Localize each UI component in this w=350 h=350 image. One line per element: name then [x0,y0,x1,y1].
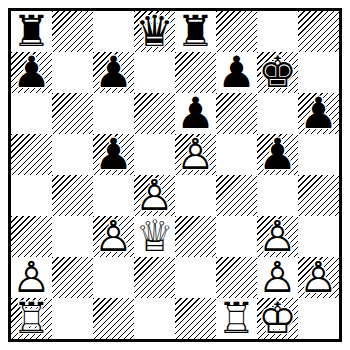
square-f2[interactable] [216,257,257,298]
square-g4[interactable] [257,175,298,216]
square-c1[interactable] [93,298,134,339]
square-f7[interactable]: ♟ [216,52,257,93]
black-piece-glyph: ♚ [257,52,298,93]
square-h7[interactable] [298,52,339,93]
square-e3[interactable] [175,216,216,257]
square-f3[interactable] [216,216,257,257]
square-c4[interactable] [93,175,134,216]
square-h3[interactable] [298,216,339,257]
square-f5[interactable] [216,134,257,175]
black-piece-glyph: ♛ [134,11,175,52]
square-b6[interactable] [52,93,93,134]
white-piece-outline: ♕ [134,216,175,257]
square-f8[interactable] [216,11,257,52]
piece-black-pawn[interactable]: ♟ [11,52,52,93]
square-d7[interactable] [134,52,175,93]
square-h8[interactable] [298,11,339,52]
square-c3[interactable]: ♟♙ [93,216,134,257]
square-h4[interactable] [298,175,339,216]
black-piece-glyph: ♟ [93,52,134,93]
piece-white-pawn[interactable]: ♟♙ [93,216,134,257]
black-piece-glyph: ♟ [175,93,216,134]
black-piece-glyph: ♟ [93,134,134,175]
chess-board-frame: ♜♛♜♟♟♟♚♟♟♟♟♙♟♟♙♟♙♛♕♟♙♟♙♟♙♟♙♜♖♜♖♚♔ [8,8,342,342]
square-h2[interactable]: ♟♙ [298,257,339,298]
black-piece-glyph: ♟ [216,52,257,93]
square-f4[interactable] [216,175,257,216]
square-g3[interactable]: ♟♙ [257,216,298,257]
piece-white-pawn[interactable]: ♟♙ [11,257,52,298]
square-e1[interactable] [175,298,216,339]
piece-white-pawn[interactable]: ♟♙ [257,216,298,257]
black-piece-glyph: ♟ [257,134,298,175]
square-a1[interactable]: ♜♖ [11,298,52,339]
black-piece-glyph: ♜ [11,11,52,52]
black-piece-glyph: ♜ [175,11,216,52]
square-a5[interactable] [11,134,52,175]
piece-black-king[interactable]: ♚ [257,52,298,93]
white-piece-outline: ♙ [257,257,298,298]
square-b7[interactable] [52,52,93,93]
square-b1[interactable] [52,298,93,339]
piece-black-pawn[interactable]: ♟ [257,134,298,175]
piece-white-rook[interactable]: ♜♖ [216,298,257,339]
square-g6[interactable] [257,93,298,134]
square-a8[interactable]: ♜ [11,11,52,52]
black-piece-glyph: ♟ [298,93,339,134]
piece-black-rook[interactable]: ♜ [11,11,52,52]
white-piece-outline: ♙ [93,216,134,257]
piece-white-king[interactable]: ♚♔ [257,298,298,339]
square-d5[interactable] [134,134,175,175]
square-d2[interactable] [134,257,175,298]
square-f6[interactable] [216,93,257,134]
white-piece-outline: ♖ [11,298,52,339]
piece-black-pawn[interactable]: ♟ [298,93,339,134]
white-piece-outline: ♖ [216,298,257,339]
square-e7[interactable] [175,52,216,93]
piece-black-pawn[interactable]: ♟ [93,52,134,93]
square-a7[interactable]: ♟ [11,52,52,93]
white-piece-outline: ♙ [175,134,216,175]
piece-white-pawn[interactable]: ♟♙ [257,257,298,298]
piece-black-pawn[interactable]: ♟ [175,93,216,134]
square-d3[interactable]: ♛♕ [134,216,175,257]
piece-white-pawn[interactable]: ♟♙ [175,134,216,175]
square-g1[interactable]: ♚♔ [257,298,298,339]
piece-white-queen[interactable]: ♛♕ [134,216,175,257]
white-piece-outline: ♙ [134,175,175,216]
square-e4[interactable] [175,175,216,216]
white-piece-outline: ♙ [257,216,298,257]
black-piece-glyph: ♟ [11,52,52,93]
square-a4[interactable] [11,175,52,216]
square-h1[interactable] [298,298,339,339]
square-d6[interactable] [134,93,175,134]
square-b8[interactable] [52,11,93,52]
square-b4[interactable] [52,175,93,216]
square-g5[interactable]: ♟ [257,134,298,175]
white-piece-outline: ♔ [257,298,298,339]
square-c2[interactable] [93,257,134,298]
square-d8[interactable]: ♛ [134,11,175,52]
piece-black-pawn[interactable]: ♟ [93,134,134,175]
piece-white-pawn[interactable]: ♟♙ [134,175,175,216]
square-a2[interactable]: ♟♙ [11,257,52,298]
square-a6[interactable] [11,93,52,134]
square-c6[interactable] [93,93,134,134]
piece-black-pawn[interactable]: ♟ [216,52,257,93]
square-a3[interactable] [11,216,52,257]
square-d4[interactable]: ♟♙ [134,175,175,216]
square-h6[interactable]: ♟ [298,93,339,134]
square-g7[interactable]: ♚ [257,52,298,93]
square-g2[interactable]: ♟♙ [257,257,298,298]
chess-diagram-page: ♜♛♜♟♟♟♚♟♟♟♟♙♟♟♙♟♙♛♕♟♙♟♙♟♙♟♙♜♖♜♖♚♔ [0,0,350,350]
square-b2[interactable] [52,257,93,298]
square-c8[interactable] [93,11,134,52]
square-b5[interactable] [52,134,93,175]
square-d1[interactable] [134,298,175,339]
square-b3[interactable] [52,216,93,257]
square-h5[interactable] [298,134,339,175]
chess-board: ♜♛♜♟♟♟♚♟♟♟♟♙♟♟♙♟♙♛♕♟♙♟♙♟♙♟♙♜♖♜♖♚♔ [11,11,339,339]
piece-white-pawn[interactable]: ♟♙ [298,257,339,298]
piece-white-rook[interactable]: ♜♖ [11,298,52,339]
piece-black-queen[interactable]: ♛ [134,11,175,52]
square-e5[interactable]: ♟♙ [175,134,216,175]
square-f1[interactable]: ♜♖ [216,298,257,339]
square-e6[interactable]: ♟ [175,93,216,134]
square-c5[interactable]: ♟ [93,134,134,175]
square-e8[interactable]: ♜ [175,11,216,52]
white-piece-outline: ♙ [298,257,339,298]
square-c7[interactable]: ♟ [93,52,134,93]
piece-black-rook[interactable]: ♜ [175,11,216,52]
white-piece-outline: ♙ [11,257,52,298]
square-g8[interactable] [257,11,298,52]
square-e2[interactable] [175,257,216,298]
